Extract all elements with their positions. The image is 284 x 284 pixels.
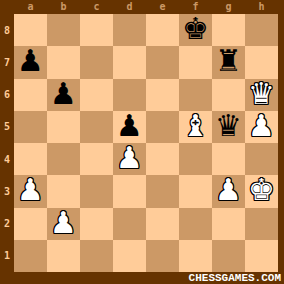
square-c6 <box>80 79 113 111</box>
square-a2 <box>14 208 47 240</box>
file-label-d: d <box>113 0 146 14</box>
rank-label-6: 6 <box>0 79 14 111</box>
square-a4 <box>14 143 47 175</box>
square-e7 <box>146 46 179 78</box>
piece-white-pawn: ♟ <box>17 175 44 205</box>
square-c2 <box>80 208 113 240</box>
square-d8 <box>113 14 146 46</box>
rank-label-8: 8 <box>0 14 14 46</box>
piece-white-pawn: ♟ <box>248 111 275 141</box>
rank-labels: 87654321 <box>0 14 14 272</box>
square-c1 <box>80 240 113 272</box>
file-label-e: e <box>146 0 179 14</box>
square-g4 <box>212 143 245 175</box>
square-a1 <box>14 240 47 272</box>
rank-label-4: 4 <box>0 143 14 175</box>
square-a3: ♟ <box>14 175 47 207</box>
square-h2 <box>245 208 278 240</box>
square-g6 <box>212 79 245 111</box>
rank-label-3: 3 <box>0 175 14 207</box>
square-b3 <box>47 175 80 207</box>
square-b5 <box>47 111 80 143</box>
square-b8 <box>47 14 80 46</box>
chess-diagram: abcdefgh 87654321 ♚♟♜♟♛♟♝♛♟♟♟♟♚♟ CHESSGA… <box>0 0 284 284</box>
piece-white-pawn: ♟ <box>116 143 143 173</box>
square-d4: ♟ <box>113 143 146 175</box>
chess-board: ♚♟♜♟♛♟♝♛♟♟♟♟♚♟ <box>14 14 278 272</box>
square-f6 <box>179 79 212 111</box>
square-d6 <box>113 79 146 111</box>
piece-black-queen: ♛ <box>215 111 242 141</box>
square-d2 <box>113 208 146 240</box>
square-a5 <box>14 111 47 143</box>
square-e6 <box>146 79 179 111</box>
piece-white-king: ♚ <box>248 175 275 205</box>
square-c8 <box>80 14 113 46</box>
file-label-f: f <box>179 0 212 14</box>
square-g2 <box>212 208 245 240</box>
piece-white-bishop: ♝ <box>182 111 209 141</box>
square-f8: ♚ <box>179 14 212 46</box>
square-e3 <box>146 175 179 207</box>
square-f7 <box>179 46 212 78</box>
file-label-b: b <box>47 0 80 14</box>
square-b4 <box>47 143 80 175</box>
square-a8 <box>14 14 47 46</box>
square-d1 <box>113 240 146 272</box>
square-d7 <box>113 46 146 78</box>
square-f4 <box>179 143 212 175</box>
piece-black-king: ♚ <box>182 14 209 44</box>
file-label-g: g <box>212 0 245 14</box>
square-f1 <box>179 240 212 272</box>
square-g7: ♜ <box>212 46 245 78</box>
rank-label-1: 1 <box>0 240 14 272</box>
square-e2 <box>146 208 179 240</box>
file-label-a: a <box>14 0 47 14</box>
rank-label-2: 2 <box>0 208 14 240</box>
piece-black-pawn: ♟ <box>50 79 77 109</box>
file-labels: abcdefgh <box>14 0 278 14</box>
square-g5: ♛ <box>212 111 245 143</box>
square-d5: ♟ <box>113 111 146 143</box>
square-b1 <box>47 240 80 272</box>
piece-black-pawn: ♟ <box>17 46 44 76</box>
square-e4 <box>146 143 179 175</box>
square-e5 <box>146 111 179 143</box>
square-c5 <box>80 111 113 143</box>
rank-label-7: 7 <box>0 46 14 78</box>
piece-white-queen: ♛ <box>248 79 275 109</box>
square-e1 <box>146 240 179 272</box>
file-label-h: h <box>245 0 278 14</box>
square-f2 <box>179 208 212 240</box>
square-g8 <box>212 14 245 46</box>
square-b2: ♟ <box>47 208 80 240</box>
square-b7 <box>47 46 80 78</box>
square-h7 <box>245 46 278 78</box>
square-a6 <box>14 79 47 111</box>
square-f3 <box>179 175 212 207</box>
piece-white-pawn: ♟ <box>215 175 242 205</box>
file-label-c: c <box>80 0 113 14</box>
square-g1 <box>212 240 245 272</box>
square-h4 <box>245 143 278 175</box>
site-credit-label: CHESSGAMES.COM <box>189 272 281 284</box>
square-b6: ♟ <box>47 79 80 111</box>
square-f5: ♝ <box>179 111 212 143</box>
piece-black-pawn: ♟ <box>116 111 143 141</box>
square-g3: ♟ <box>212 175 245 207</box>
square-h3: ♚ <box>245 175 278 207</box>
square-h5: ♟ <box>245 111 278 143</box>
square-d3 <box>113 175 146 207</box>
piece-black-rook: ♜ <box>215 46 242 76</box>
square-h8 <box>245 14 278 46</box>
square-e8 <box>146 14 179 46</box>
square-c4 <box>80 143 113 175</box>
square-h1 <box>245 240 278 272</box>
rank-label-5: 5 <box>0 111 14 143</box>
square-a7: ♟ <box>14 46 47 78</box>
piece-white-pawn: ♟ <box>50 208 77 238</box>
square-h6: ♛ <box>245 79 278 111</box>
square-c3 <box>80 175 113 207</box>
square-c7 <box>80 46 113 78</box>
